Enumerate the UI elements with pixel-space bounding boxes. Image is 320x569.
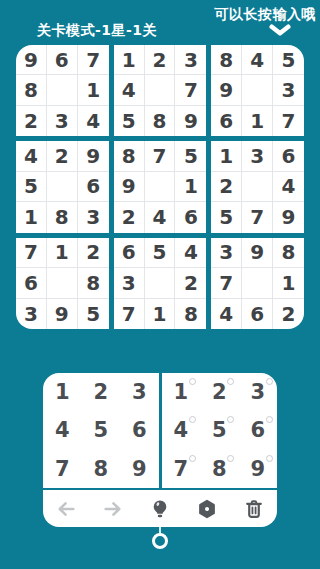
pencilpad-button-6[interactable]: 6 <box>239 411 278 449</box>
pencilpad-button-5[interactable]: 5 <box>200 411 239 449</box>
sudoku-cell-r2c2[interactable] <box>47 75 78 105</box>
sudoku-cell-r2c3[interactable]: 1 <box>78 75 109 105</box>
sudoku-cell-r2c1[interactable]: 8 <box>16 75 47 105</box>
redo-button[interactable] <box>100 496 126 522</box>
sudoku-cell-r9c6[interactable]: 8 <box>175 299 206 329</box>
numpad-button-4[interactable]: 4 <box>43 411 82 449</box>
sudoku-cell-r8c2[interactable] <box>47 268 78 298</box>
sudoku-cell-r6c5[interactable]: 4 <box>145 202 176 232</box>
pencil-mark-icon <box>227 455 234 462</box>
trash-icon <box>243 498 265 520</box>
arrow-left-icon <box>55 498 77 520</box>
sudoku-cell-r5c4[interactable]: 9 <box>114 172 145 202</box>
sudoku-cell-r1c8[interactable]: 4 <box>242 45 273 75</box>
pencilpad-button-2[interactable]: 2 <box>200 373 239 411</box>
sudoku-cell-r4c2[interactable]: 2 <box>47 141 78 171</box>
numpad-button-5[interactable]: 5 <box>82 411 121 449</box>
sudoku-cell-r4c6[interactable]: 5 <box>175 141 206 171</box>
sudoku-cell-r9c9[interactable]: 2 <box>273 299 304 329</box>
pencilpad-button-1[interactable]: 1 <box>162 373 201 411</box>
sudoku-cell-r5c6[interactable]: 1 <box>175 172 206 202</box>
pad-digit: 9 <box>250 457 265 481</box>
sudoku-cell-r2c5[interactable] <box>145 75 176 105</box>
sudoku-cell-r2c8[interactable] <box>242 75 273 105</box>
sudoku-cell-r1c4[interactable]: 1 <box>114 45 145 75</box>
sudoku-cell-r5c9[interactable]: 4 <box>273 172 304 202</box>
sudoku-cell-r4c5[interactable]: 7 <box>145 141 176 171</box>
sudoku-block-7: 71268395 <box>16 238 109 329</box>
pad-digit: 1 <box>173 380 188 404</box>
sudoku-cell-r5c8[interactable] <box>242 172 273 202</box>
sudoku-cell-r3c8[interactable]: 1 <box>242 106 273 136</box>
sudoku-cell-r6c2[interactable]: 8 <box>47 202 78 232</box>
sudoku-cell-r9c8[interactable]: 6 <box>242 299 273 329</box>
sudoku-cell-r9c5[interactable]: 1 <box>145 299 176 329</box>
numpad-button-8[interactable]: 8 <box>82 450 121 488</box>
sudoku-block-3: 84593617 <box>211 45 304 136</box>
numpad-button-6[interactable]: 6 <box>120 411 159 449</box>
sudoku-cell-r4c9[interactable]: 6 <box>273 141 304 171</box>
sudoku-cell-r5c3[interactable]: 6 <box>78 172 109 202</box>
sudoku-cell-r6c3[interactable]: 3 <box>78 202 109 232</box>
delete-button[interactable] <box>241 496 267 522</box>
numpad-pencil: 123456789 <box>162 373 278 488</box>
pencil-mark-icon <box>189 378 196 385</box>
pad-digit: 6 <box>132 418 147 442</box>
sudoku-cell-r9c3[interactable]: 5 <box>78 299 109 329</box>
numpad-button-3[interactable]: 3 <box>120 373 159 411</box>
sudoku-cell-r8c4[interactable]: 3 <box>114 268 145 298</box>
sudoku-cell-r6c9[interactable]: 9 <box>273 202 304 232</box>
pencil-mark-icon <box>189 455 196 462</box>
sudoku-cell-r3c2[interactable]: 3 <box>47 106 78 136</box>
sudoku-cell-r1c7[interactable]: 8 <box>211 45 242 75</box>
pad-digit: 2 <box>93 380 108 404</box>
sudoku-cell-r3c4[interactable]: 5 <box>114 106 145 136</box>
sudoku-cell-r3c6[interactable]: 9 <box>175 106 206 136</box>
sudoku-cell-r8c9[interactable]: 1 <box>273 268 304 298</box>
level-label: 关卡模式-1星-1关 <box>37 22 157 40</box>
pad-digit: 7 <box>55 457 70 481</box>
pad-digit: 5 <box>212 418 227 442</box>
pad-digit: 3 <box>250 380 265 404</box>
sudoku-cell-r5c5[interactable] <box>145 172 176 202</box>
pad-digit: 6 <box>250 418 265 442</box>
pad-digit: 1 <box>55 380 70 404</box>
pad-digit: 3 <box>132 380 147 404</box>
numpad-button-1[interactable]: 1 <box>43 373 82 411</box>
pad-digit: 7 <box>173 457 188 481</box>
sudoku-cell-r2c6[interactable]: 7 <box>175 75 206 105</box>
sudoku-block-2: 12347589 <box>114 45 207 136</box>
sudoku-cell-r7c7[interactable]: 3 <box>211 238 242 268</box>
sudoku-block-9: 39871462 <box>211 238 304 329</box>
sudoku-block-5: 87591246 <box>114 141 207 232</box>
sudoku-cell-r8c7[interactable]: 7 <box>211 268 242 298</box>
sudoku-board: 9678123412347589845936174295618387591246… <box>16 45 304 329</box>
sudoku-cell-r1c1[interactable]: 9 <box>16 45 47 75</box>
sudoku-cell-r2c7[interactable]: 9 <box>211 75 242 105</box>
numpad-button-7[interactable]: 7 <box>43 450 82 488</box>
pencil-mark-icon <box>266 416 273 423</box>
sudoku-block-4: 42956183 <box>16 141 109 232</box>
hint-button[interactable] <box>147 496 173 522</box>
sudoku-block-8: 65432718 <box>114 238 207 329</box>
pencilpad-button-9[interactable]: 9 <box>239 450 278 488</box>
pad-digit: 9 <box>132 457 147 481</box>
sudoku-cell-r4c8[interactable]: 3 <box>242 141 273 171</box>
sudoku-cell-r7c4[interactable]: 6 <box>114 238 145 268</box>
sudoku-cell-r8c3[interactable]: 8 <box>78 268 109 298</box>
sudoku-cell-r6c7[interactable]: 5 <box>211 202 242 232</box>
pad-digit: 2 <box>212 380 227 404</box>
sudoku-cell-r6c6[interactable]: 6 <box>175 202 206 232</box>
sudoku-cell-r3c7[interactable]: 6 <box>211 106 242 136</box>
sudoku-cell-r7c1[interactable]: 7 <box>16 238 47 268</box>
sudoku-cell-r8c8[interactable] <box>242 268 273 298</box>
sudoku-cell-r4c7[interactable]: 1 <box>211 141 242 171</box>
drawer-handle[interactable] <box>152 533 168 549</box>
long-press-hint-text: 可以长按输入哦 <box>215 6 317 24</box>
bulb-icon <box>149 498 171 520</box>
sudoku-cell-r7c5[interactable]: 5 <box>145 238 176 268</box>
arrow-right-icon <box>102 498 124 520</box>
sudoku-cell-r7c3[interactable]: 2 <box>78 238 109 268</box>
sudoku-cell-r1c9[interactable]: 5 <box>273 45 304 75</box>
sudoku-cell-r7c8[interactable]: 9 <box>242 238 273 268</box>
numpad-button-9[interactable]: 9 <box>120 450 159 488</box>
chevron-down-icon <box>269 24 291 36</box>
sudoku-cell-r1c3[interactable]: 7 <box>78 45 109 75</box>
sudoku-cell-r5c1[interactable]: 5 <box>16 172 47 202</box>
pencilpad-button-4[interactable]: 4 <box>162 411 201 449</box>
sudoku-block-6: 13624579 <box>211 141 304 232</box>
sudoku-cell-r9c4[interactable]: 7 <box>114 299 145 329</box>
sudoku-cell-r7c2[interactable]: 1 <box>47 238 78 268</box>
pencil-mark-icon <box>227 378 234 385</box>
pencilpad-button-8[interactable]: 8 <box>200 450 239 488</box>
sudoku-cell-r3c9[interactable]: 7 <box>273 106 304 136</box>
pencil-mark-icon <box>266 455 273 462</box>
pad-digit: 8 <box>212 457 227 481</box>
sudoku-cell-r3c1[interactable]: 2 <box>16 106 47 136</box>
sudoku-cell-r1c6[interactable]: 3 <box>175 45 206 75</box>
pencilpad-button-7[interactable]: 7 <box>162 450 201 488</box>
undo-button[interactable] <box>53 496 79 522</box>
sudoku-cell-r6c1[interactable]: 1 <box>16 202 47 232</box>
nut-icon <box>196 498 218 520</box>
sudoku-cell-r3c5[interactable]: 8 <box>145 106 176 136</box>
sudoku-cell-r4c1[interactable]: 4 <box>16 141 47 171</box>
sudoku-cell-r2c4[interactable]: 4 <box>114 75 145 105</box>
sudoku-cell-r3c3[interactable]: 4 <box>78 106 109 136</box>
pencil-mark-icon <box>227 416 234 423</box>
sudoku-cell-r5c7[interactable]: 2 <box>211 172 242 202</box>
sudoku-cell-r9c7[interactable]: 4 <box>211 299 242 329</box>
pad-digit: 8 <box>93 457 108 481</box>
pencil-mark-icon <box>266 378 273 385</box>
pad-digit: 5 <box>93 418 108 442</box>
numpad-normal: 123456789 <box>43 373 159 488</box>
sudoku-cell-r8c6[interactable]: 2 <box>175 268 206 298</box>
sudoku-cell-r9c1[interactable]: 3 <box>16 299 47 329</box>
pad-digit: 4 <box>173 418 188 442</box>
pad-digit: 4 <box>55 418 70 442</box>
sudoku-cell-r5c2[interactable] <box>47 172 78 202</box>
toolbar <box>43 490 277 527</box>
sudoku-cell-r4c4[interactable]: 8 <box>114 141 145 171</box>
sudoku-block-1: 96781234 <box>16 45 109 136</box>
sudoku-cell-r8c5[interactable] <box>145 268 176 298</box>
sudoku-cell-r9c2[interactable]: 9 <box>47 299 78 329</box>
sudoku-cell-r1c2[interactable]: 6 <box>47 45 78 75</box>
sudoku-cell-r8c1[interactable]: 6 <box>16 268 47 298</box>
settings-button[interactable] <box>194 496 220 522</box>
sudoku-cell-r1c5[interactable]: 2 <box>145 45 176 75</box>
sudoku-cell-r2c9[interactable]: 3 <box>273 75 304 105</box>
sudoku-cell-r6c8[interactable]: 7 <box>242 202 273 232</box>
pencilpad-button-3[interactable]: 3 <box>239 373 278 411</box>
sudoku-cell-r7c6[interactable]: 4 <box>175 238 206 268</box>
numpad-button-2[interactable]: 2 <box>82 373 121 411</box>
sudoku-cell-r4c3[interactable]: 9 <box>78 141 109 171</box>
sudoku-cell-r7c9[interactable]: 8 <box>273 238 304 268</box>
sudoku-cell-r6c4[interactable]: 2 <box>114 202 145 232</box>
pencil-mark-icon <box>189 416 196 423</box>
input-pads: 123456789 123456789 <box>43 373 277 488</box>
